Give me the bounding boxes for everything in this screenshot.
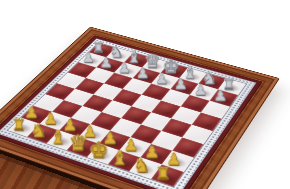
photo-stage: ♜♞♝♛♚♝♞♜♟♟♟♟♟♟♟♟♟♟♟♟♟♟♟♟♜♞♝♛♚♝♞♜ bbox=[0, 0, 290, 189]
gold-rook-h1[interactable]: ♜ bbox=[151, 166, 176, 183]
decorative-silver-border: ♜♞♝♛♚♝♞♜♟♟♟♟♟♟♟♟♟♟♟♟♟♟♟♟♜♞♝♛♚♝♞♜ bbox=[0, 38, 256, 189]
silver-pawn-f7[interactable]: ♟ bbox=[170, 77, 191, 92]
board-grid: ♜♞♝♛♚♝♞♜♟♟♟♟♟♟♟♟♟♟♟♟♟♟♟♟♜♞♝♛♚♝♞♜ bbox=[8, 43, 246, 187]
board-mat: ♜♞♝♛♚♝♞♜♟♟♟♟♟♟♟♟♟♟♟♟♟♟♟♟♜♞♝♛♚♝♞♜ bbox=[0, 35, 263, 189]
chess-board-frame: ♜♞♝♛♚♝♞♜♟♟♟♟♟♟♟♟♟♟♟♟♟♟♟♟♜♞♝♛♚♝♞♜ bbox=[0, 27, 280, 189]
silver-pawn-h7[interactable]: ♟ bbox=[210, 89, 232, 104]
square-g6[interactable] bbox=[181, 95, 210, 113]
silver-pawn-e7[interactable]: ♟ bbox=[151, 72, 172, 86]
scene: ♜♞♝♛♚♝♞♜♟♟♟♟♟♟♟♟♟♟♟♟♟♟♟♟♜♞♝♛♚♝♞♜ bbox=[0, 0, 290, 189]
square-e4[interactable] bbox=[121, 106, 151, 124]
silver-pawn-g7[interactable]: ♟ bbox=[190, 83, 212, 98]
